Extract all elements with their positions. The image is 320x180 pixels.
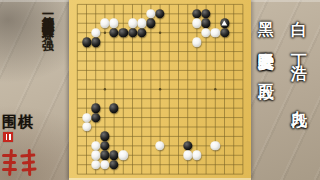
red-seal-stamp bbox=[3, 132, 13, 142]
player-white: 白 丁浩 九段 bbox=[288, 8, 309, 100]
last-move-marker bbox=[221, 20, 227, 25]
broadcaster-logo: 围棋 bbox=[2, 113, 42, 180]
logo-text: 围棋 bbox=[2, 113, 42, 132]
stage-number: 32 bbox=[42, 19, 55, 30]
go-board bbox=[69, 0, 251, 180]
white-rank: 九段 bbox=[288, 98, 309, 100]
stage-suffix: 强 bbox=[41, 30, 55, 31]
player-black: 黑 上野爱咲美 五段 bbox=[255, 8, 276, 71]
broadcast-frame: 第一届南洋杯世界大师赛32强 围棋 黑 上野爱咲美 五段 白 丁浩 九段 bbox=[0, 0, 320, 180]
white-name: 丁浩 bbox=[288, 41, 309, 63]
red-calligraphy-left bbox=[2, 149, 18, 177]
red-calligraphy-right bbox=[20, 148, 38, 177]
event-title-text: 第一届南洋杯世界大师赛 bbox=[41, 6, 55, 19]
